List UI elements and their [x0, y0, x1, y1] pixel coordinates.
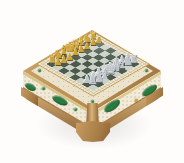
silver-r-piece: ♜: [88, 76, 98, 88]
chess-set-photo: ♜♟♞♟♝♟♛♟♚♟♝♟♟♞♜♟♟♜♞♟♟♝♟♛♟♚♟♝♟♞♟♜: [0, 0, 184, 163]
gold-p-piece: ♟: [54, 58, 63, 68]
pieces-layer: ♜♟♞♟♝♟♛♟♚♟♝♟♟♞♜♟♟♜♞♟♟♝♟♛♟♚♟♝♟♞♟♜: [0, 0, 184, 163]
